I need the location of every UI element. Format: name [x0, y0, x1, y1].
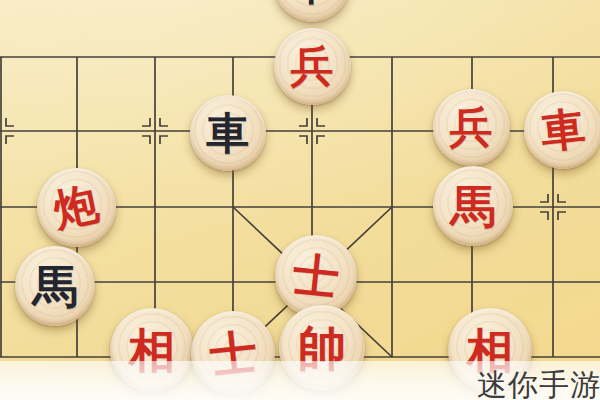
piece-red-soldier-e5[interactable]: 兵	[274, 28, 351, 105]
red-soldier-glyph: 兵	[450, 106, 493, 149]
red-horse-glyph: 馬	[451, 184, 496, 229]
black-soldier-glyph: 卒	[291, 0, 334, 6]
red-advisor-glyph: 士	[291, 251, 342, 302]
piece-red-soldier-g4[interactable]: 兵	[433, 89, 510, 166]
piece-black-chariot-d4[interactable]: 車	[190, 95, 266, 171]
watermark-text: 迷你手游网	[477, 365, 600, 400]
black-chariot-glyph: 車	[207, 112, 250, 155]
piece-red-cannon-b3[interactable]: 炮	[37, 168, 116, 247]
red-soldier-glyph: 兵	[291, 45, 334, 88]
piece-red-horse-g3[interactable]: 馬	[433, 166, 513, 246]
piece-black-horse-b2[interactable]: 馬	[15, 246, 95, 326]
piece-red-chariot-h4[interactable]: 車	[524, 91, 600, 169]
black-horse-glyph: 馬	[33, 264, 78, 309]
xiangqi-board-photo: 卒兵兵車車馬炮士馬帥相相士 迷你手游网	[0, 0, 600, 400]
red-cannon-glyph: 炮	[50, 181, 102, 233]
red-chariot-glyph: 車	[539, 106, 587, 154]
